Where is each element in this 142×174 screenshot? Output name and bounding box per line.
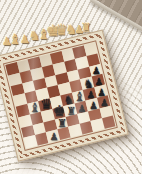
- photo-scene: ♟♞♟♝♛♞♝♟♟♚♜♟♟♟♜♟ ♟♝♟♞♝♚♛♞♟♜: [0, 0, 142, 174]
- white-rook: ♜: [81, 22, 92, 34]
